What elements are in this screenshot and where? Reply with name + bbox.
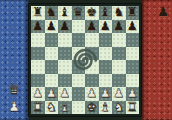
square-h6[interactable] [126, 33, 140, 47]
square-f8[interactable]: ♝ [99, 6, 113, 20]
black-knight-b8[interactable]: ♞ [45, 6, 59, 20]
square-g2[interactable]: ♟ [112, 87, 126, 101]
square-d5[interactable] [72, 47, 86, 61]
white-pawn-a2[interactable]: ♟ [31, 87, 45, 101]
square-a1[interactable]: ♜ [31, 101, 45, 115]
square-f6[interactable] [99, 33, 113, 47]
square-g1[interactable]: ♞ [112, 101, 126, 115]
square-e7[interactable]: ♟ [85, 20, 99, 34]
captured-white-pieces-tray: ♛♟ [4, 82, 24, 115]
chess-game-window: ♜♞♝♛♚♝♞♜♟♟♟♟♟♟♟♟♟♟♟♟♟♟♜♞♝♚♝♞♜ ♛♟ ♟ [0, 0, 172, 120]
black-pawn-c7[interactable]: ♟ [58, 20, 72, 34]
black-rook-h8[interactable]: ♜ [126, 6, 140, 20]
square-b4[interactable] [45, 60, 59, 74]
black-pawn-b7[interactable]: ♟ [45, 20, 59, 34]
square-h2[interactable]: ♟ [126, 87, 140, 101]
square-h3[interactable] [126, 74, 140, 88]
square-e4[interactable] [85, 60, 99, 74]
square-d1[interactable] [72, 101, 86, 115]
white-knight-g1[interactable]: ♞ [112, 101, 126, 115]
captured-black-pieces-tray: ♟ [153, 4, 172, 20]
square-b7[interactable]: ♟ [45, 20, 59, 34]
square-c2[interactable]: ♟ [58, 87, 72, 101]
black-pawn-g7[interactable]: ♟ [112, 20, 126, 34]
white-rook-h1[interactable]: ♜ [126, 101, 140, 115]
square-a7[interactable]: ♟ [31, 20, 45, 34]
square-f7[interactable]: ♟ [99, 20, 113, 34]
square-h4[interactable] [126, 60, 140, 74]
square-c8[interactable]: ♝ [58, 6, 72, 20]
square-h5[interactable] [126, 47, 140, 61]
black-bishop-f8[interactable]: ♝ [99, 6, 113, 20]
square-e1[interactable]: ♚ [85, 101, 99, 115]
square-a2[interactable]: ♟ [31, 87, 45, 101]
square-c6[interactable] [58, 33, 72, 47]
black-queen-d8[interactable]: ♛ [72, 6, 86, 20]
white-pawn-g2[interactable]: ♟ [112, 87, 126, 101]
square-h7[interactable]: ♟ [126, 20, 140, 34]
square-a8[interactable]: ♜ [31, 6, 45, 20]
square-c4[interactable] [58, 60, 72, 74]
square-g7[interactable]: ♟ [112, 20, 126, 34]
black-pawn-h7[interactable]: ♟ [126, 20, 140, 34]
black-rook-a8[interactable]: ♜ [31, 6, 45, 20]
square-b1[interactable]: ♞ [45, 101, 59, 115]
square-g6[interactable] [112, 33, 126, 47]
square-f3[interactable] [99, 74, 113, 88]
square-e8[interactable]: ♚ [85, 6, 99, 20]
square-f1[interactable]: ♝ [99, 101, 113, 115]
square-e6[interactable] [85, 33, 99, 47]
black-pawn-e7[interactable]: ♟ [85, 20, 99, 34]
captured-white-queen: ♛ [5, 82, 23, 98]
square-f4[interactable] [99, 60, 113, 74]
square-g8[interactable]: ♞ [112, 6, 126, 20]
chess-board: ♜♞♝♛♚♝♞♜♟♟♟♟♟♟♟♟♟♟♟♟♟♟♜♞♝♚♝♞♜ [29, 4, 141, 116]
square-b8[interactable]: ♞ [45, 6, 59, 20]
white-knight-b1[interactable]: ♞ [45, 101, 59, 115]
black-bishop-c8[interactable]: ♝ [58, 6, 72, 20]
white-pawn-h2[interactable]: ♟ [126, 87, 140, 101]
square-b6[interactable] [45, 33, 59, 47]
square-e3[interactable] [85, 74, 99, 88]
square-d3[interactable] [72, 74, 86, 88]
square-d4[interactable] [72, 60, 86, 74]
white-pawn-e2[interactable]: ♟ [85, 87, 99, 101]
square-c1[interactable]: ♝ [58, 101, 72, 115]
square-d2[interactable] [72, 87, 86, 101]
black-king-e8[interactable]: ♚ [85, 6, 99, 20]
square-g5[interactable] [112, 47, 126, 61]
square-c7[interactable]: ♟ [58, 20, 72, 34]
white-rook-a1[interactable]: ♜ [31, 101, 45, 115]
square-g3[interactable] [112, 74, 126, 88]
square-b2[interactable]: ♟ [45, 87, 59, 101]
square-d7[interactable] [72, 20, 86, 34]
square-h8[interactable]: ♜ [126, 6, 140, 20]
black-knight-g8[interactable]: ♞ [112, 6, 126, 20]
black-pawn-a7[interactable]: ♟ [31, 20, 45, 34]
white-pawn-b2[interactable]: ♟ [45, 87, 59, 101]
black-pawn-f7[interactable]: ♟ [99, 20, 113, 34]
captured-white-pawn: ♟ [5, 99, 23, 115]
white-pawn-f2[interactable]: ♟ [99, 87, 113, 101]
square-d8[interactable]: ♛ [72, 6, 86, 20]
square-c3[interactable] [58, 74, 72, 88]
square-e2[interactable]: ♟ [85, 87, 99, 101]
square-f5[interactable] [99, 47, 113, 61]
square-h1[interactable]: ♜ [126, 101, 140, 115]
square-b5[interactable] [45, 47, 59, 61]
white-king-e1[interactable]: ♚ [85, 101, 99, 115]
square-a4[interactable] [31, 60, 45, 74]
square-c5[interactable] [58, 47, 72, 61]
square-a3[interactable] [31, 74, 45, 88]
square-f2[interactable]: ♟ [99, 87, 113, 101]
square-a5[interactable] [31, 47, 45, 61]
white-bishop-f1[interactable]: ♝ [99, 101, 113, 115]
square-b3[interactable] [45, 74, 59, 88]
square-e5[interactable] [85, 47, 99, 61]
square-d6[interactable] [72, 33, 86, 47]
captured-black-pawn: ♟ [154, 4, 172, 20]
square-g4[interactable] [112, 60, 126, 74]
white-pawn-c2[interactable]: ♟ [58, 87, 72, 101]
white-bishop-c1[interactable]: ♝ [58, 101, 72, 115]
square-a6[interactable] [31, 33, 45, 47]
